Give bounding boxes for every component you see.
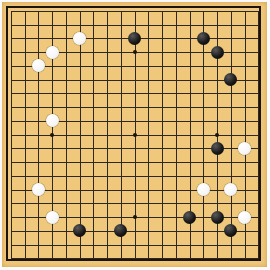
- star-point: [133, 215, 137, 219]
- white-stone: [238, 211, 251, 224]
- white-stone: [46, 46, 59, 59]
- star-point: [133, 50, 137, 54]
- white-stone: [197, 183, 210, 196]
- star-point: [133, 133, 137, 137]
- black-stone: [211, 142, 224, 155]
- star-point: [215, 133, 219, 137]
- white-stone: [32, 183, 45, 196]
- white-stone: [46, 211, 59, 224]
- black-stone: [211, 46, 224, 59]
- white-stone: [238, 142, 251, 155]
- black-stone: [197, 32, 210, 45]
- black-stone: [211, 211, 224, 224]
- star-point: [50, 133, 54, 137]
- go-board: [0, 0, 270, 270]
- black-stone: [183, 211, 196, 224]
